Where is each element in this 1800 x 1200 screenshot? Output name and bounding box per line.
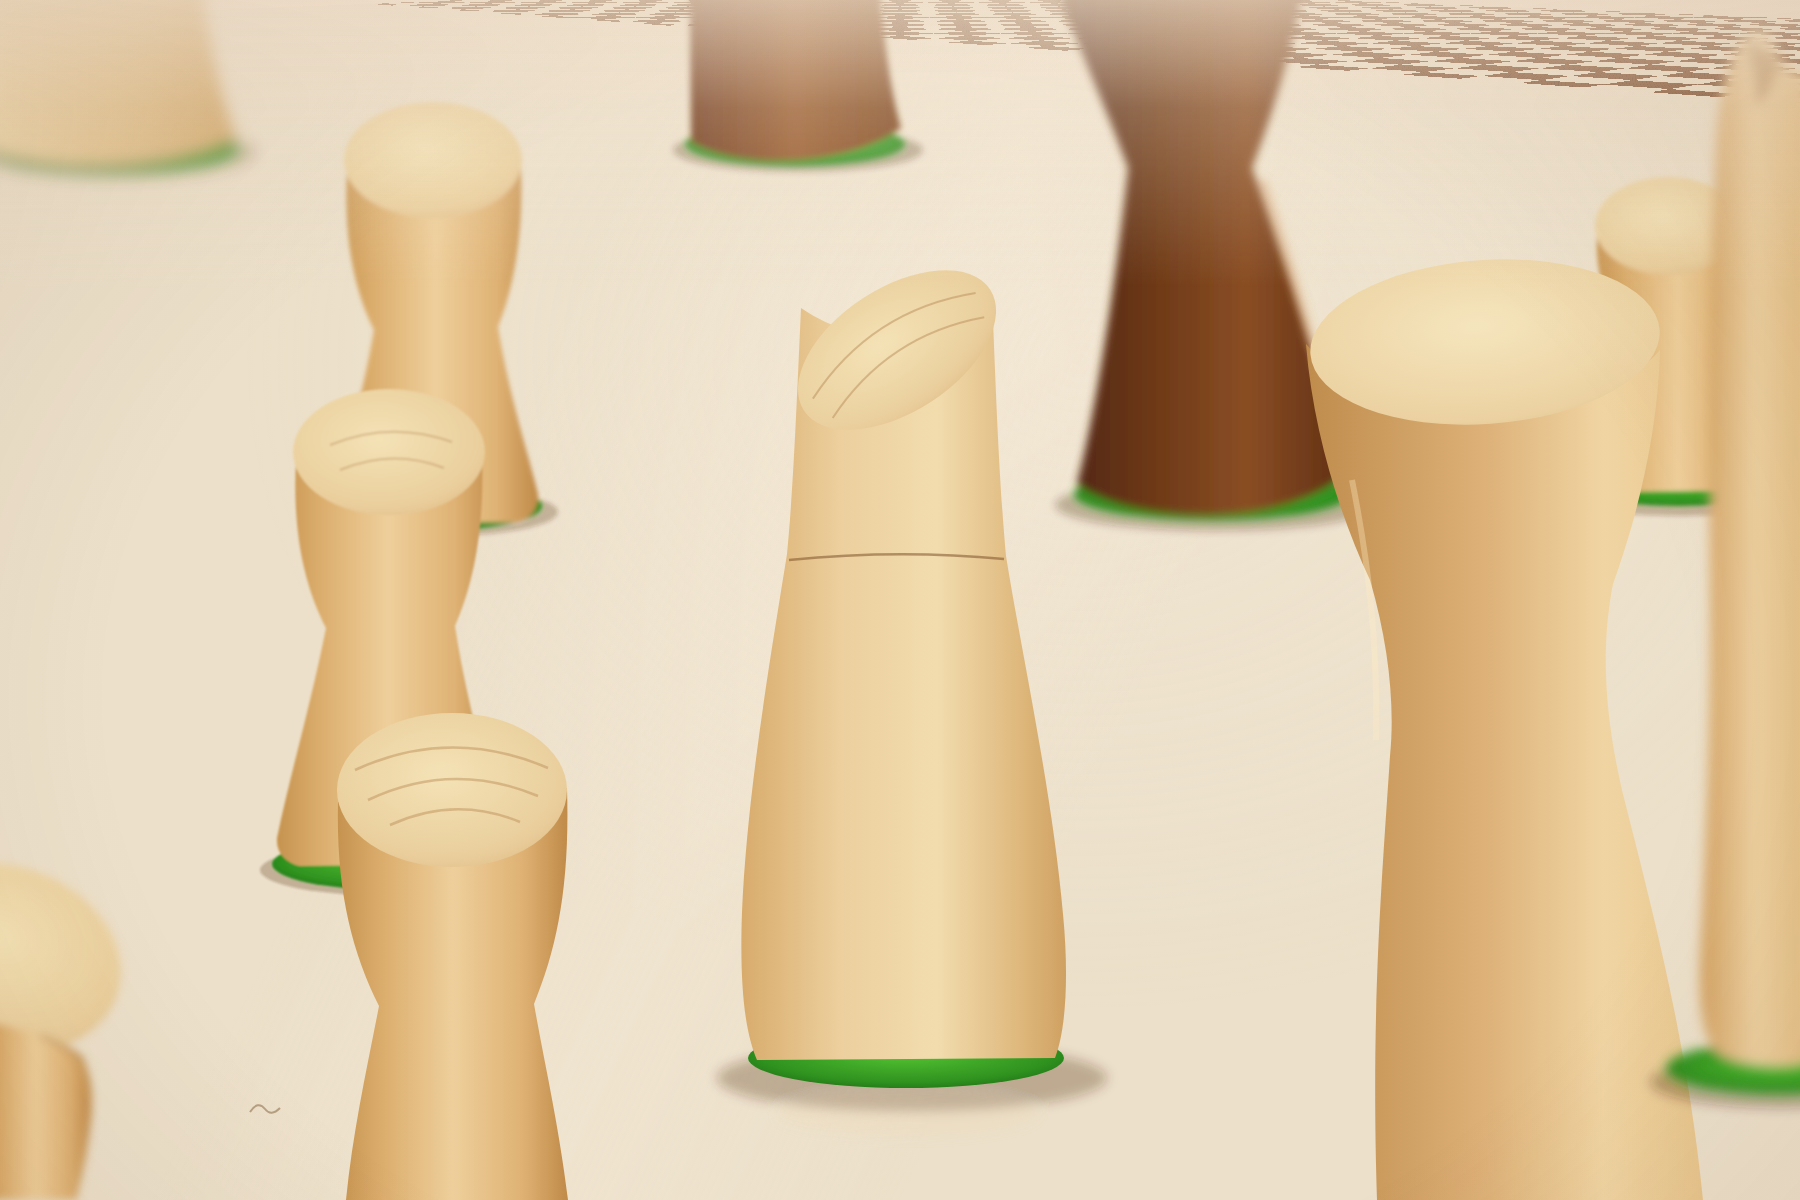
board-scratch-mark bbox=[250, 1105, 280, 1113]
chessboard-photo-scene bbox=[0, 0, 1800, 1200]
piece-top-face bbox=[293, 389, 485, 515]
piece-top-face bbox=[337, 713, 567, 867]
white-pawn-d2 bbox=[337, 713, 568, 1200]
black-pawn-b6 bbox=[673, 0, 923, 172]
white-pawn-corner-c1 bbox=[0, 834, 146, 1200]
white-bishop-e3 bbox=[717, 238, 1107, 1136]
piece-top-face bbox=[344, 102, 522, 218]
white-pawn-far-a5 bbox=[0, 0, 255, 178]
chess-pieces-layer bbox=[0, 0, 1800, 1200]
gloss-reflection bbox=[778, 1088, 1038, 1136]
white-king-h3 bbox=[1305, 248, 1703, 1200]
